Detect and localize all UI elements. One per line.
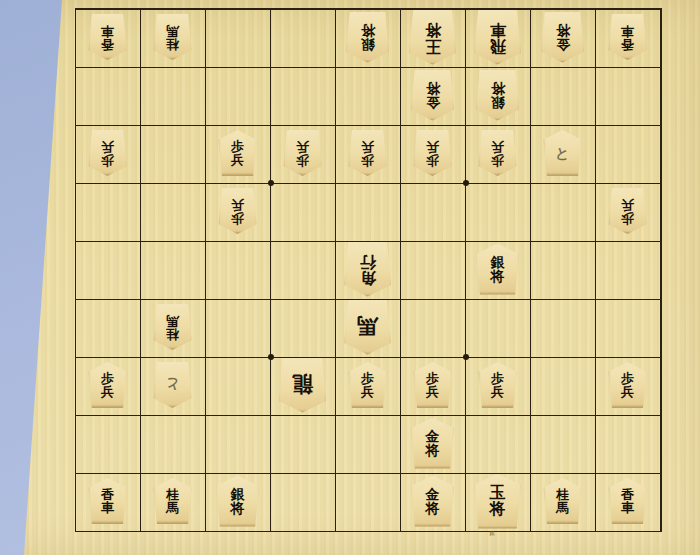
piece-sente-pawn[interactable]: 歩兵: [219, 130, 257, 176]
piece-gote-promoted-pawn[interactable]: と: [154, 362, 192, 408]
piece-kanji: 歩兵: [491, 140, 504, 167]
piece-kanji: 歩兵: [101, 372, 114, 399]
piece-kanji: 歩兵: [361, 372, 374, 399]
star-point: [463, 180, 469, 186]
piece-kanji: 銀将: [231, 487, 245, 516]
star-point: [463, 354, 469, 360]
piece-kanji: 歩兵: [491, 372, 504, 399]
piece-kanji: と: [555, 146, 569, 160]
piece-gote-lance[interactable]: 香車: [609, 14, 647, 60]
piece-kanji: 龍: [292, 374, 313, 395]
piece-kanji: 銀将: [361, 23, 375, 52]
piece-sente-pawn[interactable]: 歩兵: [609, 362, 647, 408]
piece-gote-silver[interactable]: 銀将: [346, 12, 389, 63]
piece-kanji: 歩兵: [426, 140, 439, 167]
piece-kanji: 馬: [357, 316, 378, 337]
piece-kanji: 歩兵: [296, 140, 309, 167]
piece-kanji: 香車: [101, 24, 114, 51]
piece-gote-pawn[interactable]: 歩兵: [219, 188, 257, 234]
piece-sente-pawn[interactable]: 歩兵: [349, 362, 387, 408]
piece-sente-king[interactable]: 玉将: [474, 474, 521, 529]
star-point: [268, 354, 274, 360]
piece-gote-pawn[interactable]: 歩兵: [479, 130, 517, 176]
piece-kanji: 銀将: [491, 255, 505, 284]
piece-sente-promoted-pawn[interactable]: と: [544, 130, 582, 176]
piece-sente-silver[interactable]: 銀将: [216, 476, 259, 527]
piece-kanji: 歩兵: [231, 140, 244, 167]
piece-gote-rook[interactable]: 飛車: [474, 10, 521, 65]
piece-sente-pawn[interactable]: 歩兵: [89, 362, 127, 408]
piece-kanji: 香車: [621, 24, 634, 51]
piece-kanji: 香車: [101, 488, 114, 515]
piece-kanji: 歩兵: [426, 372, 439, 399]
piece-sente-knight[interactable]: 桂馬: [544, 478, 582, 524]
piece-kanji: 玉将: [490, 485, 506, 518]
piece-gote-lance[interactable]: 香車: [89, 14, 127, 60]
piece-kanji: 銀将: [491, 81, 505, 110]
piece-kanji: 歩兵: [231, 198, 244, 225]
piece-gote-knight[interactable]: 桂馬: [154, 14, 192, 60]
piece-kanji: 桂馬: [166, 314, 179, 341]
piece-sente-knight[interactable]: 桂馬: [154, 478, 192, 524]
piece-gote-pawn[interactable]: 歩兵: [609, 188, 647, 234]
piece-gote-knight[interactable]: 桂馬: [154, 304, 192, 350]
piece-kanji: 歩兵: [621, 198, 634, 225]
piece-gote-king[interactable]: 王将: [409, 10, 456, 65]
piece-kanji: 金将: [556, 23, 570, 52]
piece-gote-promoted-bishop[interactable]: 馬: [344, 300, 391, 355]
piece-kanji: 桂馬: [166, 488, 179, 515]
piece-kanji: 香車: [621, 488, 634, 515]
piece-sente-silver[interactable]: 銀将: [476, 244, 519, 295]
piece-gote-gold[interactable]: 金将: [541, 12, 584, 63]
piece-gote-promoted-rook[interactable]: 龍: [279, 358, 326, 413]
star-point: [268, 180, 274, 186]
piece-gote-silver[interactable]: 銀将: [476, 70, 519, 121]
piece-kanji: 桂馬: [166, 24, 179, 51]
piece-kanji: 歩兵: [621, 372, 634, 399]
piece-kanji: 歩兵: [101, 140, 114, 167]
piece-sente-gold[interactable]: 金将: [411, 476, 454, 527]
piece-kanji: 歩兵: [361, 140, 374, 167]
piece-kanji: 王将: [425, 21, 441, 54]
piece-gote-pawn[interactable]: 歩兵: [414, 130, 452, 176]
piece-sente-lance[interactable]: 香車: [609, 478, 647, 524]
piece-kanji: 角行: [360, 253, 376, 286]
piece-gote-bishop[interactable]: 角行: [344, 242, 391, 297]
piece-kanji: 金将: [426, 487, 440, 516]
piece-sente-pawn[interactable]: 歩兵: [414, 362, 452, 408]
piece-gote-pawn[interactable]: 歩兵: [284, 130, 322, 176]
piece-kanji: 桂馬: [556, 488, 569, 515]
piece-gote-pawn[interactable]: 歩兵: [349, 130, 387, 176]
maker-stamp: 銘: [490, 530, 496, 536]
piece-kanji: と: [165, 378, 179, 392]
piece-kanji: 金将: [426, 429, 440, 458]
piece-gote-pawn[interactable]: 歩兵: [89, 130, 127, 176]
piece-gote-gold[interactable]: 金将: [411, 70, 454, 121]
piece-sente-pawn[interactable]: 歩兵: [479, 362, 517, 408]
piece-sente-gold[interactable]: 金将: [411, 418, 454, 469]
piece-kanji: 金将: [426, 81, 440, 110]
piece-kanji: 飛車: [490, 21, 506, 54]
piece-sente-lance[interactable]: 香車: [89, 478, 127, 524]
